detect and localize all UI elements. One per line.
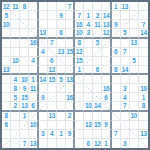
cell-r11c11-empty[interactable] xyxy=(93,93,102,102)
cell-r12c10-given[interactable]: 10 xyxy=(84,102,93,111)
cell-r2c4-empty[interactable] xyxy=(29,11,38,20)
cell-r11c10-empty[interactable] xyxy=(84,93,93,102)
cell-r7c13-empty[interactable] xyxy=(112,57,121,66)
cell-r11c13-empty[interactable] xyxy=(112,93,121,102)
cell-r4c8-empty[interactable] xyxy=(66,29,75,38)
cell-r15c7-given[interactable]: 1 xyxy=(57,130,66,139)
cell-r5c5-empty[interactable] xyxy=(39,39,48,48)
cell-r10c4-given[interactable]: 11 xyxy=(29,84,38,93)
cell-r8c2-empty[interactable] xyxy=(11,66,20,75)
cell-r8c12-empty[interactable] xyxy=(102,66,111,75)
cell-r2c15-empty[interactable] xyxy=(130,11,139,20)
cell-r16c10-given[interactable]: 6 xyxy=(84,139,93,148)
cell-r3c5-empty[interactable] xyxy=(39,20,48,29)
cell-r5c15-given[interactable]: 13 xyxy=(130,39,139,48)
cell-r11c5-given[interactable]: 9 xyxy=(39,93,48,102)
cell-r2c14-empty[interactable] xyxy=(121,11,130,20)
cell-r9c10-empty[interactable] xyxy=(84,75,93,84)
cell-r13c16-empty[interactable] xyxy=(139,112,148,121)
cell-r3c3-empty[interactable] xyxy=(20,20,29,29)
cell-r5c16-empty[interactable] xyxy=(139,39,148,48)
cell-r11c6-empty[interactable] xyxy=(48,93,57,102)
cell-r3c7-empty[interactable] xyxy=(57,20,66,29)
cell-r11c4-empty[interactable] xyxy=(29,93,38,102)
cell-r9c1-empty[interactable] xyxy=(2,75,11,84)
cell-r7c10-empty[interactable] xyxy=(84,57,93,66)
cell-r16c12-given[interactable]: 1 xyxy=(102,139,111,148)
cell-r6c3-empty[interactable] xyxy=(20,48,29,57)
cell-r1c12-empty[interactable] xyxy=(102,2,111,11)
cell-r14c3-empty[interactable] xyxy=(20,121,29,130)
cell-r6c5-given[interactable]: 4 xyxy=(39,48,48,57)
cell-r6c15-empty[interactable] xyxy=(130,48,139,57)
cell-r3c4-empty[interactable] xyxy=(29,20,38,29)
cell-r9c8-given[interactable]: 13 xyxy=(66,75,75,84)
cell-r7c1-empty[interactable] xyxy=(2,57,11,66)
cell-r9c7-given[interactable]: 5 xyxy=(57,75,66,84)
cell-r10c5-empty[interactable] xyxy=(39,84,48,93)
cell-r15c5-given[interactable]: 3 xyxy=(39,130,48,139)
cell-r6c11-empty[interactable] xyxy=(93,48,102,57)
cell-r3c13-given[interactable]: 9 xyxy=(112,20,121,29)
cell-r5c3-empty[interactable] xyxy=(20,39,29,48)
cell-r8c5-empty[interactable] xyxy=(39,66,48,75)
cell-r4c9-given[interactable]: 10 xyxy=(75,29,84,38)
cell-r9c6-given[interactable]: 15 xyxy=(48,75,57,84)
cell-r11c9-empty[interactable] xyxy=(75,93,84,102)
cell-r8c8-empty[interactable] xyxy=(66,66,75,75)
cell-r1c7-empty[interactable] xyxy=(57,2,66,11)
cell-r9c11-empty[interactable] xyxy=(93,75,102,84)
cell-r8c1-given[interactable]: 13 xyxy=(2,66,11,75)
cell-r6c7-given[interactable]: 13 xyxy=(57,48,66,57)
cell-r1c16-empty[interactable] xyxy=(139,2,148,11)
cell-r6c12-empty[interactable] xyxy=(102,48,111,57)
cell-r12c9-empty[interactable] xyxy=(75,102,84,111)
cell-r9c13-empty[interactable] xyxy=(112,75,121,84)
cell-r15c9-empty[interactable] xyxy=(75,130,84,139)
cell-r5c7-empty[interactable] xyxy=(57,39,66,48)
cell-r13c13-empty[interactable] xyxy=(112,112,121,121)
cell-r9c9-empty[interactable] xyxy=(75,75,84,84)
cell-r15c4-empty[interactable] xyxy=(29,130,38,139)
cell-r16c16-empty[interactable] xyxy=(139,139,148,148)
cell-r7c3-empty[interactable] xyxy=(20,57,29,66)
cell-r14c15-empty[interactable] xyxy=(130,121,139,130)
cell-r1c10-empty[interactable] xyxy=(84,2,93,11)
cell-r13c14-empty[interactable] xyxy=(121,112,130,121)
cell-r12c15-empty[interactable] xyxy=(130,102,139,111)
cell-r5c13-empty[interactable] xyxy=(112,39,121,48)
cell-r16c7-empty[interactable] xyxy=(57,139,66,148)
cell-r6c16-empty[interactable] xyxy=(139,48,148,57)
cell-r14c8-empty[interactable] xyxy=(66,121,75,130)
cell-r5c2-empty[interactable] xyxy=(11,39,20,48)
cell-r7c9-given[interactable]: 15 xyxy=(75,57,84,66)
cell-r3c15-empty[interactable] xyxy=(130,20,139,29)
cell-r4c6-empty[interactable] xyxy=(48,29,57,38)
cell-r1c5-empty[interactable] xyxy=(39,2,48,11)
cell-r16c8-empty[interactable] xyxy=(66,139,75,148)
cell-r9c4-given[interactable]: 1 xyxy=(29,75,38,84)
cell-r10c9-empty[interactable] xyxy=(75,84,84,93)
cell-r7c5-empty[interactable] xyxy=(39,57,48,66)
cell-r4c3-empty[interactable] xyxy=(20,29,29,38)
cell-r13c9-empty[interactable] xyxy=(75,112,84,121)
cell-r10c2-given[interactable]: 8 xyxy=(11,84,20,93)
cell-r13c11-empty[interactable] xyxy=(93,112,102,121)
cell-r8c15-empty[interactable] xyxy=(130,66,139,75)
cell-r10c10-empty[interactable] xyxy=(84,84,93,93)
cell-r10c16-given[interactable]: 10 xyxy=(139,84,148,93)
cell-r8c11-given[interactable]: 6 xyxy=(93,66,102,75)
cell-r3c9-given[interactable]: 16 xyxy=(75,20,84,29)
cell-r2c7-given[interactable]: 9 xyxy=(57,11,66,20)
cell-r4c1-empty[interactable] xyxy=(2,29,11,38)
cell-r1c11-empty[interactable] xyxy=(93,2,102,11)
cell-r6c4-empty[interactable] xyxy=(29,48,38,57)
cell-r7c7-empty[interactable] xyxy=(57,57,66,66)
cell-r16c3-given[interactable]: 7 xyxy=(20,139,29,148)
cell-r2c16-empty[interactable] xyxy=(139,11,148,20)
cell-r13c10-empty[interactable] xyxy=(84,112,93,121)
cell-r16c6-empty[interactable] xyxy=(48,139,57,148)
cell-r12c8-empty[interactable] xyxy=(66,102,75,111)
cell-r3c6-empty[interactable] xyxy=(48,20,57,29)
cell-r7c4-given[interactable]: 4 xyxy=(29,57,38,66)
cell-r10c14-given[interactable]: 3 xyxy=(121,84,130,93)
cell-r4c14-given[interactable]: 5 xyxy=(121,29,130,38)
cell-r13c4-empty[interactable] xyxy=(29,112,38,121)
cell-r11c16-given[interactable]: 1 xyxy=(139,93,148,102)
cell-r2c6-empty[interactable] xyxy=(48,11,57,20)
cell-r9c16-empty[interactable] xyxy=(139,75,148,84)
cell-r6c2-empty[interactable] xyxy=(11,48,20,57)
cell-r9c14-empty[interactable] xyxy=(121,75,130,84)
cell-r10c7-empty[interactable] xyxy=(57,84,66,93)
cell-r6c1-empty[interactable] xyxy=(2,48,11,57)
cell-r10c13-empty[interactable] xyxy=(112,84,121,93)
cell-r5c10-empty[interactable] xyxy=(84,39,93,48)
cell-r15c10-empty[interactable] xyxy=(84,130,93,139)
cell-r9c5-given[interactable]: 14 xyxy=(39,75,48,84)
cell-r2c8-empty[interactable] xyxy=(66,11,75,20)
cell-r12c1-empty[interactable] xyxy=(2,102,11,111)
cell-r1c8-given[interactable]: 7 xyxy=(66,2,75,11)
cell-r7c11-empty[interactable] xyxy=(93,57,102,66)
cell-r12c4-given[interactable]: 6 xyxy=(29,102,38,111)
cell-r7c12-empty[interactable] xyxy=(102,57,111,66)
cell-r1c3-given[interactable]: 8 xyxy=(20,2,29,11)
cell-r16c1-empty[interactable] xyxy=(2,139,11,148)
cell-r3c12-given[interactable]: 13 xyxy=(102,20,111,29)
cell-r13c7-empty[interactable] xyxy=(57,112,66,121)
cell-r8c10-empty[interactable] xyxy=(84,66,93,75)
cell-r5c1-empty[interactable] xyxy=(2,39,11,48)
cell-r4c10-given[interactable]: 3 xyxy=(84,29,93,38)
cell-r14c14-empty[interactable] xyxy=(121,121,130,130)
cell-r3c10-given[interactable]: 4 xyxy=(84,20,93,29)
cell-r13c8-given[interactable]: 2 xyxy=(66,112,75,121)
cell-r8c3-empty[interactable] xyxy=(20,66,29,75)
cell-r6c10-empty[interactable] xyxy=(84,48,93,57)
cell-r12c6-empty[interactable] xyxy=(48,102,57,111)
cell-r15c11-empty[interactable] xyxy=(93,130,102,139)
cell-r3c8-empty[interactable] xyxy=(66,20,75,29)
cell-r10c12-given[interactable]: 16 xyxy=(102,84,111,93)
cell-r1c9-empty[interactable] xyxy=(75,2,84,11)
cell-r1c1-given[interactable]: 12 xyxy=(2,2,11,11)
cell-r12c5-empty[interactable] xyxy=(39,102,48,111)
cell-r14c12-given[interactable]: 9 xyxy=(102,121,111,130)
cell-r5c12-empty[interactable] xyxy=(102,39,111,48)
cell-r8c13-given[interactable]: 8 xyxy=(112,66,121,75)
cell-r14c9-empty[interactable] xyxy=(75,121,84,130)
cell-r14c10-given[interactable]: 13 xyxy=(84,121,93,130)
cell-r9c15-empty[interactable] xyxy=(130,75,139,84)
cell-r12c14-given[interactable]: 7 xyxy=(121,102,130,111)
cell-r13c1-given[interactable]: 8 xyxy=(2,112,11,121)
cell-r12c13-empty[interactable] xyxy=(112,102,121,111)
cell-r10c8-empty[interactable] xyxy=(66,84,75,93)
cell-r4c12-given[interactable]: 12 xyxy=(102,29,111,38)
cell-r2c9-given[interactable]: 7 xyxy=(75,11,84,20)
cell-r12c2-given[interactable]: 2 xyxy=(11,102,20,111)
cell-r7c2-given[interactable]: 10 xyxy=(11,57,20,66)
cell-r9c3-given[interactable]: 10 xyxy=(20,75,29,84)
cell-r11c3-given[interactable]: 15 xyxy=(20,93,29,102)
cell-r1c6-empty[interactable] xyxy=(48,2,57,11)
cell-r7c14-empty[interactable] xyxy=(121,57,130,66)
cell-r8c4-empty[interactable] xyxy=(29,66,38,75)
cell-r14c5-empty[interactable] xyxy=(39,121,48,130)
cell-r10c11-empty[interactable] xyxy=(93,84,102,93)
cell-r15c16-given[interactable]: 13 xyxy=(139,130,148,139)
cell-r12c7-empty[interactable] xyxy=(57,102,66,111)
cell-r8c16-empty[interactable] xyxy=(139,66,148,75)
cell-r4c2-empty[interactable] xyxy=(11,29,20,38)
cell-r14c11-given[interactable]: 15 xyxy=(93,121,102,130)
sudoku-board: 1211871135971214101641113971361031251416… xyxy=(0,0,150,150)
cell-r3c2-empty[interactable] xyxy=(11,20,20,29)
cell-r14c16-empty[interactable] xyxy=(139,121,148,130)
cell-r4c13-empty[interactable] xyxy=(112,29,121,38)
cell-r11c2-given[interactable]: 5 xyxy=(11,93,20,102)
cell-r8c9-given[interactable]: 1 xyxy=(75,66,84,75)
cell-r7c16-empty[interactable] xyxy=(139,57,148,66)
cell-r3c11-given[interactable]: 11 xyxy=(93,20,102,29)
cell-r13c5-empty[interactable] xyxy=(39,112,48,121)
cell-r1c4-empty[interactable] xyxy=(29,2,38,11)
cell-r11c1-empty[interactable] xyxy=(2,93,11,102)
cell-r15c15-empty[interactable] xyxy=(130,130,139,139)
cell-r14c2-empty[interactable] xyxy=(11,121,20,130)
cell-r5c14-empty[interactable] xyxy=(121,39,130,48)
cell-r4c4-empty[interactable] xyxy=(29,29,38,38)
cell-r2c10-given[interactable]: 1 xyxy=(84,11,93,20)
cell-r16c9-empty[interactable] xyxy=(75,139,84,148)
cell-r6c6-empty[interactable] xyxy=(48,48,57,57)
cell-r2c13-empty[interactable] xyxy=(112,11,121,20)
cell-r4c5-given[interactable]: 13 xyxy=(39,29,48,38)
cell-r6c14-given[interactable]: 7 xyxy=(121,48,130,57)
cell-r2c2-empty[interactable] xyxy=(11,11,20,20)
cell-r15c12-empty[interactable] xyxy=(102,130,111,139)
cell-r11c8-given[interactable]: 16 xyxy=(66,93,75,102)
cell-r2c3-empty[interactable] xyxy=(20,11,29,20)
cell-r11c7-empty[interactable] xyxy=(57,93,66,102)
cell-r2c12-given[interactable]: 14 xyxy=(102,11,111,20)
cell-r15c1-empty[interactable] xyxy=(2,130,11,139)
cell-r10c6-empty[interactable] xyxy=(48,84,57,93)
cell-r10c3-given[interactable]: 9 xyxy=(20,84,29,93)
cell-r11c14-given[interactable]: 4 xyxy=(121,93,130,102)
cell-r13c15-given[interactable]: 10 xyxy=(130,112,139,121)
cell-r5c11-given[interactable]: 5 xyxy=(93,39,102,48)
cell-r7c6-given[interactable]: 6 xyxy=(48,57,57,66)
cell-r14c1-given[interactable]: 6 xyxy=(2,121,11,130)
sudoku-grid: 1211871135971214101641113971361031251416… xyxy=(2,2,148,148)
cell-r12c11-given[interactable]: 14 xyxy=(93,102,102,111)
cell-r8c14-given[interactable]: 14 xyxy=(121,66,130,75)
cell-r14c13-empty[interactable] xyxy=(112,121,121,130)
cell-r9c2-given[interactable]: 4 xyxy=(11,75,20,84)
cell-r15c6-given[interactable]: 4 xyxy=(48,130,57,139)
cell-r12c12-empty[interactable] xyxy=(102,102,111,111)
cell-r4c16-given[interactable]: 14 xyxy=(139,29,148,38)
cell-r1c2-given[interactable]: 11 xyxy=(11,2,20,11)
cell-r14c6-empty[interactable] xyxy=(48,121,57,130)
cell-r5c9-given[interactable]: 8 xyxy=(75,39,84,48)
cell-r12c3-given[interactable]: 13 xyxy=(20,102,29,111)
cell-r13c2-empty[interactable] xyxy=(11,112,20,121)
cell-r8c6-given[interactable]: 12 xyxy=(48,66,57,75)
cell-r16c2-empty[interactable] xyxy=(11,139,20,148)
cell-r15c3-empty[interactable] xyxy=(20,130,29,139)
cell-r5c6-given[interactable]: 7 xyxy=(48,39,57,48)
cell-r11c15-empty[interactable] xyxy=(130,93,139,102)
cell-r15c2-empty[interactable] xyxy=(11,130,20,139)
cell-r11c12-given[interactable]: 6 xyxy=(102,93,111,102)
cell-r6c13-given[interactable]: 6 xyxy=(112,48,121,57)
cell-r1c14-given[interactable]: 13 xyxy=(121,2,130,11)
cell-r16c4-given[interactable]: 13 xyxy=(29,139,38,148)
cell-r1c13-given[interactable]: 1 xyxy=(112,2,121,11)
cell-r4c15-empty[interactable] xyxy=(130,29,139,38)
cell-r16c11-given[interactable]: 12 xyxy=(93,139,102,148)
cell-r1c15-empty[interactable] xyxy=(130,2,139,11)
cell-r10c15-empty[interactable] xyxy=(130,84,139,93)
cell-r13c3-given[interactable]: 1 xyxy=(20,112,29,121)
cell-r12c16-given[interactable]: 8 xyxy=(139,102,148,111)
cell-r15c14-empty[interactable] xyxy=(121,130,130,139)
cell-r14c7-empty[interactable] xyxy=(57,121,66,130)
cell-r7c8-empty[interactable] xyxy=(66,57,75,66)
cell-r2c11-given[interactable]: 2 xyxy=(93,11,102,20)
cell-r2c5-empty[interactable] xyxy=(39,11,48,20)
cell-r6c9-given[interactable]: 12 xyxy=(75,48,84,57)
cell-r3c14-empty[interactable] xyxy=(121,20,130,29)
cell-r3c1-given[interactable]: 10 xyxy=(2,20,11,29)
cell-r16c15-empty[interactable] xyxy=(130,139,139,148)
cell-r13c6-given[interactable]: 13 xyxy=(48,112,57,121)
cell-r16c5-empty[interactable] xyxy=(39,139,48,148)
cell-r10c1-empty[interactable] xyxy=(2,84,11,93)
cell-r16c13-empty[interactable] xyxy=(112,139,121,148)
cell-r9c12-empty[interactable] xyxy=(102,75,111,84)
cell-r8c7-empty[interactable] xyxy=(57,66,66,75)
cell-r4c11-empty[interactable] xyxy=(93,29,102,38)
cell-r14c4-given[interactable]: 10 xyxy=(29,121,38,130)
cell-r2c1-given[interactable]: 5 xyxy=(2,11,11,20)
cell-r16c14-given[interactable]: 3 xyxy=(121,139,130,148)
cell-r4c7-given[interactable]: 6 xyxy=(57,29,66,38)
cell-r15c13-given[interactable]: 7 xyxy=(112,130,121,139)
cell-r7c15-given[interactable]: 5 xyxy=(130,57,139,66)
cell-r5c4-given[interactable]: 16 xyxy=(29,39,38,48)
cell-r13c12-empty[interactable] xyxy=(102,112,111,121)
cell-r6c8-given[interactable]: 15 xyxy=(66,48,75,57)
cell-r5c8-empty[interactable] xyxy=(66,39,75,48)
cell-r3c16-given[interactable]: 7 xyxy=(139,20,148,29)
cell-r15c8-given[interactable]: 9 xyxy=(66,130,75,139)
